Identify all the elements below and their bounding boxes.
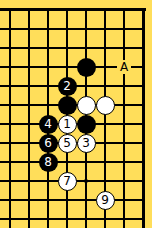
- stone-black-P14: [58, 96, 77, 115]
- board-edge-right: [142, 8, 145, 228]
- stone-white-Q14: [77, 96, 96, 115]
- stone-black-Q16: [77, 58, 96, 77]
- stone-black-P15-move-2: 2: [58, 77, 77, 96]
- star-point-Q10: [84, 179, 88, 183]
- label-A: A: [117, 60, 131, 74]
- grid-line-horizontal: [0, 47, 142, 49]
- grid-line-vertical: [9, 8, 11, 228]
- stone-white-R14: [96, 96, 115, 115]
- grid-line-vertical: [123, 8, 125, 228]
- stone-white-P10-move-7: 7: [58, 172, 77, 191]
- grid-line-horizontal: [0, 28, 142, 30]
- stone-white-P13-move-1: 1: [58, 115, 77, 134]
- grid-line-horizontal: [0, 199, 142, 201]
- grid-line-horizontal: [0, 161, 142, 163]
- stone-white-Q12-move-3: 3: [77, 134, 96, 153]
- go-board: A241653879: [0, 0, 152, 228]
- stone-black-O11-move-8: 8: [39, 153, 58, 172]
- stone-black-O12-move-6: 6: [39, 134, 58, 153]
- grid-line-horizontal: [0, 218, 142, 220]
- board-edge-top: [0, 8, 146, 11]
- grid-line-vertical: [28, 8, 30, 228]
- stone-white-R9-move-9: 9: [96, 191, 115, 210]
- stone-black-Q13: [77, 115, 96, 134]
- stone-white-P12-move-5: 5: [58, 134, 77, 153]
- stone-black-O13-move-4: 4: [39, 115, 58, 134]
